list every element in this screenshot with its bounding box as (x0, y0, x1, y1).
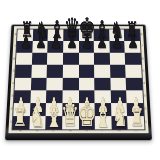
piece-black-pawn-a7[interactable]: ♟ (20, 33, 31, 51)
piece-white-rook-h1[interactable]: ♜ (130, 107, 144, 131)
pieces-layer: ♜♞♝♛♚♝♞♜♟♟♟♟♟♟♟♟♟♟♟♟♟♟♟♟♜♞♝♛♚♝♞♜ (0, 0, 160, 160)
piece-white-bishop-f1[interactable]: ♝ (95, 103, 111, 131)
piece-black-pawn-g7[interactable]: ♟ (112, 33, 123, 51)
piece-black-pawn-f7[interactable]: ♟ (97, 33, 108, 51)
photo-background: ABCDEFGH 87654321 87654321 ABCDEFGH ♜♞♝♛… (0, 0, 160, 160)
piece-white-king-e1[interactable]: ♚ (77, 99, 96, 131)
piece-white-knight-b1[interactable]: ♞ (29, 105, 45, 131)
piece-black-pawn-d7[interactable]: ♟ (66, 33, 77, 51)
piece-white-knight-g1[interactable]: ♞ (112, 105, 128, 131)
piece-black-pawn-c7[interactable]: ♟ (51, 33, 62, 51)
piece-black-pawn-b7[interactable]: ♟ (35, 33, 46, 51)
piece-white-bishop-c1[interactable]: ♝ (45, 103, 61, 131)
piece-black-pawn-e7[interactable]: ♟ (81, 33, 92, 51)
piece-white-rook-a1[interactable]: ♜ (13, 107, 27, 131)
piece-black-pawn-h7[interactable]: ♟ (127, 33, 138, 51)
